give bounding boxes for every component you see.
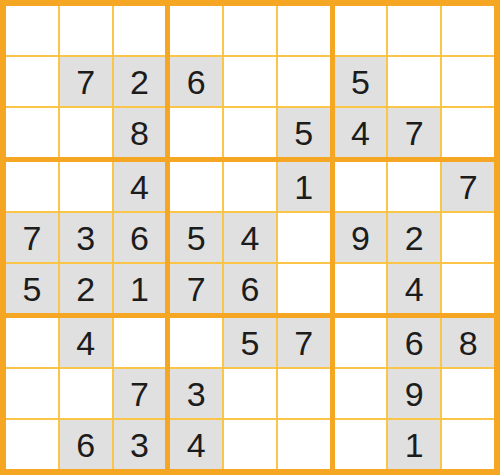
cell-r2c5[interactable] — [224, 57, 276, 106]
sudoku-block-9: 6891 — [335, 318, 494, 469]
cell-r2c2[interactable]: 7 — [60, 57, 112, 106]
cell-r7c1[interactable] — [6, 318, 58, 367]
cell-r7c9[interactable]: 8 — [442, 318, 494, 367]
sudoku-block-7: 4763 — [6, 318, 165, 469]
sudoku-block-4: 4736521 — [6, 162, 165, 313]
cell-r9c3[interactable]: 3 — [114, 420, 166, 469]
cell-r1c2[interactable] — [60, 6, 112, 55]
cell-r4c9[interactable]: 7 — [442, 162, 494, 211]
cell-r1c5[interactable] — [224, 6, 276, 55]
cell-r3c9[interactable] — [442, 108, 494, 157]
cell-r3c4[interactable] — [170, 108, 222, 157]
cell-r6c1[interactable]: 5 — [6, 264, 58, 313]
cell-r7c8[interactable]: 6 — [388, 318, 440, 367]
cell-r3c3[interactable]: 8 — [114, 108, 166, 157]
cell-r9c1[interactable] — [6, 420, 58, 469]
cell-r9c8[interactable]: 1 — [388, 420, 440, 469]
cell-r2c8[interactable] — [388, 57, 440, 106]
cell-r9c6[interactable] — [278, 420, 330, 469]
cell-r8c4[interactable]: 3 — [170, 369, 222, 418]
cell-r4c8[interactable] — [388, 162, 440, 211]
cell-r8c9[interactable] — [442, 369, 494, 418]
cell-r5c6[interactable] — [278, 213, 330, 262]
cell-r2c1[interactable] — [6, 57, 58, 106]
cell-r1c3[interactable] — [114, 6, 166, 55]
cell-r5c3[interactable]: 6 — [114, 213, 166, 262]
sudoku-block-2: 65 — [170, 6, 329, 157]
cell-r2c4[interactable]: 6 — [170, 57, 222, 106]
cell-r7c6[interactable]: 7 — [278, 318, 330, 367]
cell-r5c5[interactable]: 4 — [224, 213, 276, 262]
sudoku-block-6: 7924 — [335, 162, 494, 313]
cell-r8c1[interactable] — [6, 369, 58, 418]
cell-r4c5[interactable] — [224, 162, 276, 211]
cell-r5c1[interactable]: 7 — [6, 213, 58, 262]
cell-r4c7[interactable] — [335, 162, 387, 211]
cell-r5c9[interactable] — [442, 213, 494, 262]
cell-r6c7[interactable] — [335, 264, 387, 313]
cell-r1c1[interactable] — [6, 6, 58, 55]
cell-r2c6[interactable] — [278, 57, 330, 106]
cell-r3c1[interactable] — [6, 108, 58, 157]
cell-r3c6[interactable]: 5 — [278, 108, 330, 157]
cell-r6c5[interactable]: 6 — [224, 264, 276, 313]
sudoku-block-8: 5734 — [170, 318, 329, 469]
cell-r6c6[interactable] — [278, 264, 330, 313]
cell-r3c8[interactable]: 7 — [388, 108, 440, 157]
cell-r8c8[interactable]: 9 — [388, 369, 440, 418]
cell-r7c5[interactable]: 5 — [224, 318, 276, 367]
cell-r8c2[interactable] — [60, 369, 112, 418]
cell-r1c8[interactable] — [388, 6, 440, 55]
sudoku-block-1: 728 — [6, 6, 165, 157]
cell-r1c4[interactable] — [170, 6, 222, 55]
cell-r5c7[interactable]: 9 — [335, 213, 387, 262]
cell-r7c7[interactable] — [335, 318, 387, 367]
sudoku-block-5: 15476 — [170, 162, 329, 313]
cell-r4c1[interactable] — [6, 162, 58, 211]
cell-r3c7[interactable]: 4 — [335, 108, 387, 157]
cell-r9c9[interactable] — [442, 420, 494, 469]
cell-r6c8[interactable]: 4 — [388, 264, 440, 313]
cell-r9c2[interactable]: 6 — [60, 420, 112, 469]
sudoku-board: 728655474736521154767924476357346891 — [0, 0, 500, 475]
cell-r4c3[interactable]: 4 — [114, 162, 166, 211]
cell-r5c4[interactable]: 5 — [170, 213, 222, 262]
cell-r6c4[interactable]: 7 — [170, 264, 222, 313]
cell-r2c3[interactable]: 2 — [114, 57, 166, 106]
cell-r7c3[interactable] — [114, 318, 166, 367]
cell-r1c9[interactable] — [442, 6, 494, 55]
cell-r2c7[interactable]: 5 — [335, 57, 387, 106]
cell-r4c6[interactable]: 1 — [278, 162, 330, 211]
cell-r4c4[interactable] — [170, 162, 222, 211]
sudoku-block-3: 547 — [335, 6, 494, 157]
cell-r1c6[interactable] — [278, 6, 330, 55]
cell-r6c2[interactable]: 2 — [60, 264, 112, 313]
cell-r7c4[interactable] — [170, 318, 222, 367]
cell-r9c7[interactable] — [335, 420, 387, 469]
cell-r1c7[interactable] — [335, 6, 387, 55]
cell-r3c5[interactable] — [224, 108, 276, 157]
cell-r9c5[interactable] — [224, 420, 276, 469]
cell-r8c3[interactable]: 7 — [114, 369, 166, 418]
cell-r7c2[interactable]: 4 — [60, 318, 112, 367]
cell-r8c5[interactable] — [224, 369, 276, 418]
cell-r5c2[interactable]: 3 — [60, 213, 112, 262]
cell-r8c7[interactable] — [335, 369, 387, 418]
cell-r9c4[interactable]: 4 — [170, 420, 222, 469]
cell-r3c2[interactable] — [60, 108, 112, 157]
cell-r2c9[interactable] — [442, 57, 494, 106]
cell-r4c2[interactable] — [60, 162, 112, 211]
cell-r8c6[interactable] — [278, 369, 330, 418]
cell-r5c8[interactable]: 2 — [388, 213, 440, 262]
cell-r6c9[interactable] — [442, 264, 494, 313]
cell-r6c3[interactable]: 1 — [114, 264, 166, 313]
